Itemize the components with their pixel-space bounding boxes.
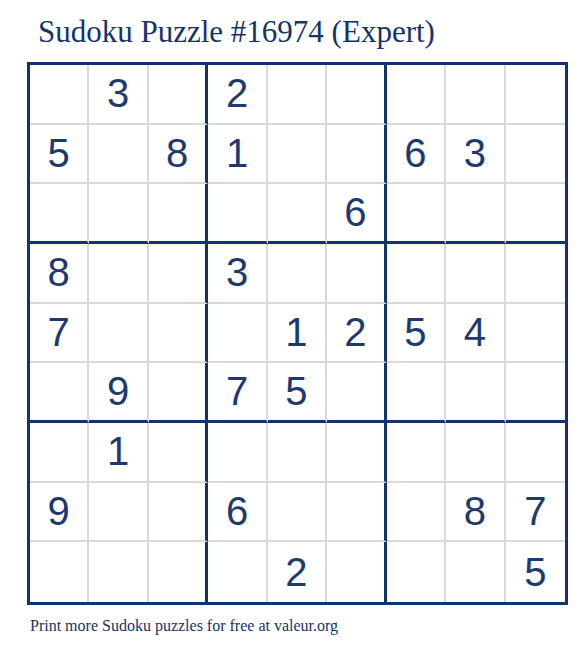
cell-r2c7: 6 bbox=[387, 125, 446, 185]
cell-r1c2: 3 bbox=[89, 65, 148, 125]
cell-r3c6: 6 bbox=[327, 184, 386, 244]
cell-r1c3 bbox=[149, 65, 208, 125]
cell-r7c6 bbox=[327, 423, 386, 483]
cell-r5c8: 4 bbox=[446, 304, 505, 364]
cell-r3c5 bbox=[268, 184, 327, 244]
cell-r6c6 bbox=[327, 363, 386, 423]
cell-r5c1: 7 bbox=[30, 304, 89, 364]
cell-r7c9 bbox=[506, 423, 565, 483]
cell-r3c9 bbox=[506, 184, 565, 244]
cell-r5c7: 5 bbox=[387, 304, 446, 364]
cell-r6c1 bbox=[30, 363, 89, 423]
cell-r1c7 bbox=[387, 65, 446, 125]
cell-r5c2 bbox=[89, 304, 148, 364]
cell-r4c8 bbox=[446, 244, 505, 304]
cell-r9c7 bbox=[387, 542, 446, 602]
cell-r8c1: 9 bbox=[30, 483, 89, 543]
cell-r6c7 bbox=[387, 363, 446, 423]
cell-r8c8: 8 bbox=[446, 483, 505, 543]
cell-r3c2 bbox=[89, 184, 148, 244]
cell-r1c8 bbox=[446, 65, 505, 125]
cell-r3c4 bbox=[208, 184, 267, 244]
cell-r8c3 bbox=[149, 483, 208, 543]
cell-r2c4: 1 bbox=[208, 125, 267, 185]
cell-r9c2 bbox=[89, 542, 148, 602]
cell-r7c1 bbox=[30, 423, 89, 483]
cell-r9c1 bbox=[30, 542, 89, 602]
cell-r4c2 bbox=[89, 244, 148, 304]
cell-r9c6 bbox=[327, 542, 386, 602]
footer-note: Print more Sudoku puzzles for free at va… bbox=[30, 616, 338, 635]
cell-r5c4 bbox=[208, 304, 267, 364]
cell-r6c9 bbox=[506, 363, 565, 423]
cell-r8c7 bbox=[387, 483, 446, 543]
page-root: { "game": "sudoku", "title": "Sudoku Puz… bbox=[0, 0, 580, 651]
cell-r9c3 bbox=[149, 542, 208, 602]
cell-r9c9: 5 bbox=[506, 542, 565, 602]
cell-r4c7 bbox=[387, 244, 446, 304]
cell-r2c6 bbox=[327, 125, 386, 185]
cell-r6c8 bbox=[446, 363, 505, 423]
cell-r1c9 bbox=[506, 65, 565, 125]
cell-r1c1 bbox=[30, 65, 89, 125]
cell-r6c4: 7 bbox=[208, 363, 267, 423]
cell-r8c2 bbox=[89, 483, 148, 543]
cell-r2c3: 8 bbox=[149, 125, 208, 185]
cell-r2c2 bbox=[89, 125, 148, 185]
cell-r8c6 bbox=[327, 483, 386, 543]
cell-r4c3 bbox=[149, 244, 208, 304]
cell-r6c2: 9 bbox=[89, 363, 148, 423]
cell-r2c1: 5 bbox=[30, 125, 89, 185]
cell-r3c7 bbox=[387, 184, 446, 244]
cell-r7c5 bbox=[268, 423, 327, 483]
cell-r5c9 bbox=[506, 304, 565, 364]
cell-r5c5: 1 bbox=[268, 304, 327, 364]
cell-r1c4: 2 bbox=[208, 65, 267, 125]
cell-r7c4 bbox=[208, 423, 267, 483]
cell-r4c9 bbox=[506, 244, 565, 304]
cell-r9c4 bbox=[208, 542, 267, 602]
cell-r3c3 bbox=[149, 184, 208, 244]
cell-r2c5 bbox=[268, 125, 327, 185]
cell-r7c7 bbox=[387, 423, 446, 483]
cell-r3c8 bbox=[446, 184, 505, 244]
cell-r6c3 bbox=[149, 363, 208, 423]
cell-r5c6: 2 bbox=[327, 304, 386, 364]
cell-r6c5: 5 bbox=[268, 363, 327, 423]
cell-r9c5: 2 bbox=[268, 542, 327, 602]
cell-r4c4: 3 bbox=[208, 244, 267, 304]
cell-r5c3 bbox=[149, 304, 208, 364]
cell-r2c8: 3 bbox=[446, 125, 505, 185]
cell-r7c2: 1 bbox=[89, 423, 148, 483]
cell-r1c6 bbox=[327, 65, 386, 125]
cell-r3c1 bbox=[30, 184, 89, 244]
cell-r8c5 bbox=[268, 483, 327, 543]
cell-r8c9: 7 bbox=[506, 483, 565, 543]
cell-r2c9 bbox=[506, 125, 565, 185]
cell-r1c5 bbox=[268, 65, 327, 125]
cell-r8c4: 6 bbox=[208, 483, 267, 543]
cell-r4c1: 8 bbox=[30, 244, 89, 304]
cell-r9c8 bbox=[446, 542, 505, 602]
cell-r4c5 bbox=[268, 244, 327, 304]
cell-r7c8 bbox=[446, 423, 505, 483]
cell-r7c3 bbox=[149, 423, 208, 483]
cell-r4c6 bbox=[327, 244, 386, 304]
page-title: Sudoku Puzzle #16974 (Expert) bbox=[38, 16, 435, 47]
sudoku-board: 3258163683712549751968725 bbox=[27, 62, 568, 605]
